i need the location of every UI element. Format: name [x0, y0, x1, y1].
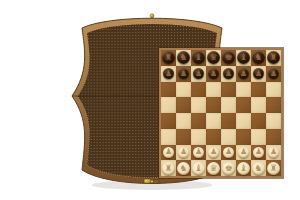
square-g3[interactable] [251, 129, 266, 145]
square-d7[interactable]: ♟ [206, 66, 221, 82]
piece-N-b1[interactable]: ♞ [177, 162, 190, 175]
piece-P-f2[interactable]: ♟ [238, 147, 249, 158]
square-e4[interactable] [221, 113, 236, 129]
square-b2[interactable]: ♟ [176, 145, 191, 161]
square-f7[interactable]: ♟ [236, 66, 251, 82]
piece-P-a2[interactable]: ♟ [163, 147, 174, 158]
piece-r-a8[interactable]: ♜ [162, 51, 175, 64]
square-c1[interactable]: ♝ [191, 160, 206, 176]
square-a2[interactable]: ♟ [161, 145, 176, 161]
square-b5[interactable] [176, 97, 191, 113]
square-b8[interactable]: ♞ [176, 50, 191, 66]
square-c3[interactable] [191, 129, 206, 145]
square-g4[interactable] [251, 113, 266, 129]
piece-b-f8[interactable]: ♝ [237, 51, 250, 64]
piece-P-c2[interactable]: ♟ [193, 147, 204, 158]
square-c8[interactable]: ♝ [191, 50, 206, 66]
square-h3[interactable] [266, 129, 281, 145]
square-e8[interactable]: ♚ [221, 50, 236, 66]
piece-p-f7[interactable]: ♟ [238, 68, 249, 79]
square-f6[interactable] [236, 82, 251, 98]
square-h4[interactable] [266, 113, 281, 129]
square-c4[interactable] [191, 113, 206, 129]
piece-P-e2[interactable]: ♟ [223, 147, 234, 158]
piece-n-g8[interactable]: ♞ [252, 51, 265, 64]
square-c5[interactable] [191, 97, 206, 113]
piece-P-g2[interactable]: ♟ [253, 147, 264, 158]
square-a6[interactable] [161, 82, 176, 98]
piece-p-e7[interactable]: ♟ [223, 68, 234, 79]
square-h1[interactable]: ♜ [266, 160, 281, 176]
piece-p-a7[interactable]: ♟ [163, 68, 174, 79]
square-g6[interactable] [251, 82, 266, 98]
chess-board-grid: ♜♞♝♛♚♝♞♜♟♟♟♟♟♟♟♟♟♟♟♟♟♟♟♟♜♞♝♛♚♝♞♜ [159, 48, 283, 178]
square-d8[interactable]: ♛ [206, 50, 221, 66]
piece-k-e8[interactable]: ♚ [222, 51, 235, 64]
piece-p-h7[interactable]: ♟ [268, 68, 279, 79]
square-h7[interactable]: ♟ [266, 66, 281, 82]
square-d4[interactable] [206, 113, 221, 129]
square-h8[interactable]: ♜ [266, 50, 281, 66]
square-a4[interactable] [161, 113, 176, 129]
square-c7[interactable]: ♟ [191, 66, 206, 82]
square-f5[interactable] [236, 97, 251, 113]
product-photo-scene: ♜♞♝♛♚♝♞♜♟♟♟♟♟♟♟♟♟♟♟♟♟♟♟♟♜♞♝♛♚♝♞♜ [0, 0, 300, 200]
piece-p-g7[interactable]: ♟ [253, 68, 264, 79]
square-g1[interactable]: ♞ [251, 160, 266, 176]
piece-r-h8[interactable]: ♜ [267, 51, 280, 64]
chess-box: ♜♞♝♛♚♝♞♜♟♟♟♟♟♟♟♟♟♟♟♟♟♟♟♟♜♞♝♛♚♝♞♜ [69, 13, 235, 193]
piece-p-b7[interactable]: ♟ [178, 68, 189, 79]
piece-B-c1[interactable]: ♝ [192, 162, 205, 175]
square-f3[interactable] [236, 129, 251, 145]
piece-P-d2[interactable]: ♟ [208, 147, 219, 158]
square-b7[interactable]: ♟ [176, 66, 191, 82]
square-h2[interactable]: ♟ [266, 145, 281, 161]
square-d5[interactable] [206, 97, 221, 113]
square-d1[interactable]: ♛ [206, 160, 221, 176]
square-e5[interactable] [221, 97, 236, 113]
square-a5[interactable] [161, 97, 176, 113]
square-g8[interactable]: ♞ [251, 50, 266, 66]
square-f1[interactable]: ♝ [236, 160, 251, 176]
piece-R-h1[interactable]: ♜ [267, 162, 280, 175]
square-d3[interactable] [206, 129, 221, 145]
piece-q-d8[interactable]: ♛ [207, 51, 220, 64]
square-a1[interactable]: ♜ [161, 160, 176, 176]
square-f4[interactable] [236, 113, 251, 129]
square-g7[interactable]: ♟ [251, 66, 266, 82]
square-g2[interactable]: ♟ [251, 145, 266, 161]
piece-N-g1[interactable]: ♞ [252, 162, 265, 175]
piece-R-a1[interactable]: ♜ [162, 162, 175, 175]
square-b1[interactable]: ♞ [176, 160, 191, 176]
piece-b-c8[interactable]: ♝ [192, 51, 205, 64]
square-h6[interactable] [266, 82, 281, 98]
piece-P-h2[interactable]: ♟ [268, 147, 279, 158]
square-f8[interactable]: ♝ [236, 50, 251, 66]
square-b3[interactable] [176, 129, 191, 145]
square-b4[interactable] [176, 113, 191, 129]
square-e3[interactable] [221, 129, 236, 145]
square-c6[interactable] [191, 82, 206, 98]
piece-P-b2[interactable]: ♟ [178, 147, 189, 158]
piece-n-b8[interactable]: ♞ [177, 51, 190, 64]
piece-p-c7[interactable]: ♟ [193, 68, 204, 79]
square-e6[interactable] [221, 82, 236, 98]
piece-Q-d1[interactable]: ♛ [207, 162, 220, 175]
piece-K-e1[interactable]: ♚ [222, 162, 235, 175]
piece-B-f1[interactable]: ♝ [237, 162, 250, 175]
square-d6[interactable] [206, 82, 221, 98]
square-e7[interactable]: ♟ [221, 66, 236, 82]
square-c2[interactable]: ♟ [191, 145, 206, 161]
square-g5[interactable] [251, 97, 266, 113]
piece-p-d7[interactable]: ♟ [208, 68, 219, 79]
square-e2[interactable]: ♟ [221, 145, 236, 161]
square-f2[interactable]: ♟ [236, 145, 251, 161]
square-a7[interactable]: ♟ [161, 66, 176, 82]
square-a3[interactable] [161, 129, 176, 145]
square-a8[interactable]: ♜ [161, 50, 176, 66]
square-e1[interactable]: ♚ [221, 160, 236, 176]
square-d2[interactable]: ♟ [206, 145, 221, 161]
square-b6[interactable] [176, 82, 191, 98]
square-h5[interactable] [266, 97, 281, 113]
